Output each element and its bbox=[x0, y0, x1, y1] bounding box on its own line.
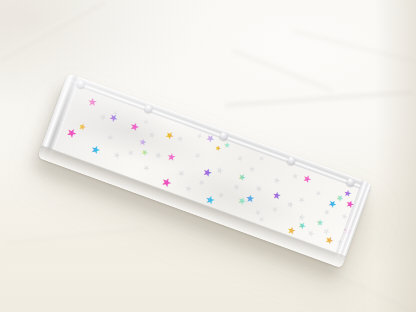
tissue-crease bbox=[231, 48, 334, 93]
rivet bbox=[286, 156, 296, 166]
rivet bbox=[219, 131, 229, 141]
rivet bbox=[76, 79, 86, 89]
tissue-crease bbox=[224, 89, 414, 106]
rivet bbox=[346, 177, 356, 187]
tissue-crease bbox=[292, 28, 416, 68]
photo-of-acrylic-star-tray: ★★★★★★★★★★★★★★★★★★★★★★★★★★★★★★★★★★★★★★★★… bbox=[0, 0, 416, 312]
tray-group: ★★★★★★★★★★★★★★★★★★★★★★★★★★★★★★★★★★★★★★★★… bbox=[37, 73, 372, 268]
tissue-crease bbox=[0, 0, 105, 61]
tissue-crease bbox=[6, 225, 146, 244]
rivet bbox=[144, 104, 154, 114]
